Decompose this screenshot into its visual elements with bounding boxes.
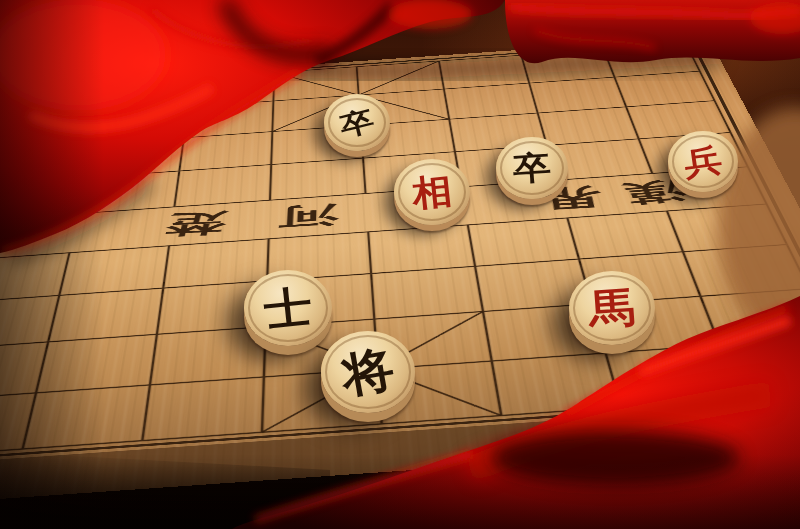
- piece-black-soldier-river[interactable]: 卒: [496, 137, 568, 199]
- river-char-he: 河: [277, 201, 340, 233]
- piece-glyph: 兵: [682, 143, 724, 180]
- piece-black-advisor[interactable]: 士: [244, 270, 332, 346]
- xiangqi-board[interactable]: 楚 河 界 漢: [0, 37, 800, 510]
- piece-red-horse[interactable]: 馬: [569, 271, 655, 345]
- piece-glyph: 将: [338, 344, 398, 400]
- piece-glyph: 卒: [337, 105, 377, 140]
- piece-glyph: 馬: [588, 286, 637, 331]
- river-char-chu: 楚: [161, 209, 231, 240]
- scene: 楚 河 界 漢: [0, 0, 800, 529]
- piece-black-general[interactable]: 将: [321, 331, 415, 413]
- piece-glyph: 相: [410, 172, 453, 211]
- piece-red-soldier[interactable]: 兵: [668, 131, 738, 192]
- piece-glyph: 士: [262, 284, 314, 332]
- piece-red-elephant[interactable]: 相: [394, 159, 470, 225]
- piece-black-soldier-far[interactable]: 卒: [324, 94, 390, 151]
- piece-glyph: 卒: [512, 151, 552, 186]
- board-grid: 楚 河 界 漢: [0, 37, 800, 510]
